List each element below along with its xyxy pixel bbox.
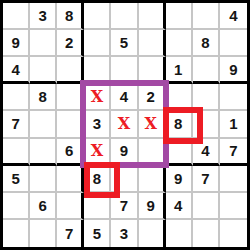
cell-r4c5[interactable]: 4 [111, 84, 138, 111]
cell-r7c3[interactable] [57, 166, 84, 193]
cell-r6c2[interactable] [30, 139, 57, 166]
cell-r4c8[interactable] [193, 84, 220, 111]
cell-r1c9[interactable]: 4 [220, 3, 247, 30]
cell-r5c1[interactable]: 7 [3, 111, 30, 138]
cell-r8c3[interactable] [57, 193, 84, 220]
cell-r5c8[interactable] [193, 111, 220, 138]
cell-r1c5[interactable] [111, 3, 138, 30]
red-x-mark-r4c4[interactable]: X [84, 84, 111, 111]
cell-r1c8[interactable] [193, 3, 220, 30]
cell-r4c6[interactable]: 2 [139, 84, 166, 111]
cell-r9c7[interactable] [166, 220, 193, 247]
cell-r8c2[interactable]: 6 [30, 193, 57, 220]
cell-r3c2[interactable] [30, 57, 57, 84]
cell-r4c9[interactable] [220, 84, 247, 111]
cell-r3c5[interactable] [111, 57, 138, 84]
cell-r6c3[interactable]: 6 [57, 139, 84, 166]
cell-r6c7[interactable] [166, 139, 193, 166]
cell-r8c5[interactable]: 7 [111, 193, 138, 220]
cell-r8c6[interactable]: 9 [139, 193, 166, 220]
cell-r9c1[interactable] [3, 220, 30, 247]
cell-r9c5[interactable]: 3 [111, 220, 138, 247]
cell-r1c1[interactable] [3, 3, 30, 30]
cell-r5c4[interactable]: 3 [84, 111, 111, 138]
cell-r3c9[interactable]: 9 [220, 57, 247, 84]
cell-r2c7[interactable] [166, 30, 193, 57]
cell-r7c6[interactable] [139, 166, 166, 193]
cell-r1c7[interactable] [166, 3, 193, 30]
cell-r7c2[interactable] [30, 166, 57, 193]
cell-r2c5[interactable]: 5 [111, 30, 138, 57]
cell-r8c8[interactable] [193, 193, 220, 220]
cell-r8c9[interactable] [220, 193, 247, 220]
cell-r2c3[interactable]: 2 [57, 30, 84, 57]
cell-r8c7[interactable]: 4 [166, 193, 193, 220]
cell-r5c9[interactable]: 1 [220, 111, 247, 138]
cell-r5c3[interactable] [57, 111, 84, 138]
cell-r3c3[interactable] [57, 57, 84, 84]
cell-r3c6[interactable] [139, 57, 166, 84]
cell-r7c7[interactable]: 9 [166, 166, 193, 193]
cell-r9c9[interactable] [220, 220, 247, 247]
cell-r4c3[interactable] [57, 84, 84, 111]
cell-r9c3[interactable]: 7 [57, 220, 84, 247]
cell-r4c7[interactable] [166, 84, 193, 111]
cell-r7c1[interactable]: 5 [3, 166, 30, 193]
cell-r1c4[interactable] [84, 3, 111, 30]
red-x-mark-r5c5[interactable]: X [111, 111, 138, 138]
cell-r9c4[interactable]: 5 [84, 220, 111, 247]
cell-r9c8[interactable] [193, 220, 220, 247]
cell-r3c4[interactable] [84, 57, 111, 84]
cell-r2c6[interactable] [139, 30, 166, 57]
cell-r1c3[interactable]: 8 [57, 3, 84, 30]
cell-r1c6[interactable] [139, 3, 166, 30]
cell-r7c5[interactable] [111, 166, 138, 193]
cell-r2c2[interactable] [30, 30, 57, 57]
cell-r7c8[interactable]: 7 [193, 166, 220, 193]
cell-r6c1[interactable] [3, 139, 30, 166]
red-x-mark-r5c6[interactable]: X [139, 111, 166, 138]
cell-r3c1[interactable]: 4 [3, 57, 30, 84]
cell-r5c2[interactable] [30, 111, 57, 138]
cell-r4c2[interactable]: 8 [30, 84, 57, 111]
cell-r8c1[interactable] [3, 193, 30, 220]
cell-r5c7[interactable]: 8 [166, 111, 193, 138]
cell-r3c7[interactable]: 1 [166, 57, 193, 84]
cell-r1c2[interactable]: 3 [30, 3, 57, 30]
cell-r7c4[interactable]: 8 [84, 166, 111, 193]
cell-r2c8[interactable]: 8 [193, 30, 220, 57]
cell-r6c5[interactable]: 9 [111, 139, 138, 166]
cell-r3c8[interactable] [193, 57, 220, 84]
cell-r6c9[interactable]: 7 [220, 139, 247, 166]
cell-r9c6[interactable] [139, 220, 166, 247]
cell-r9c2[interactable] [30, 220, 57, 247]
red-x-mark-r6c4[interactable]: X [84, 139, 111, 166]
cell-r4c1[interactable] [3, 84, 30, 111]
cell-r2c9[interactable] [220, 30, 247, 57]
cell-r7c9[interactable] [220, 166, 247, 193]
sudoku-board: 38492584198X4273XX816X94758976794753 [0, 0, 250, 250]
sudoku-grid: 38492584198X4273XX816X94758976794753 [0, 0, 250, 250]
cell-r2c1[interactable]: 9 [3, 30, 30, 57]
cell-r6c6[interactable] [139, 139, 166, 166]
cell-r8c4[interactable] [84, 193, 111, 220]
cell-r2c4[interactable] [84, 30, 111, 57]
cell-r6c8[interactable]: 4 [193, 139, 220, 166]
